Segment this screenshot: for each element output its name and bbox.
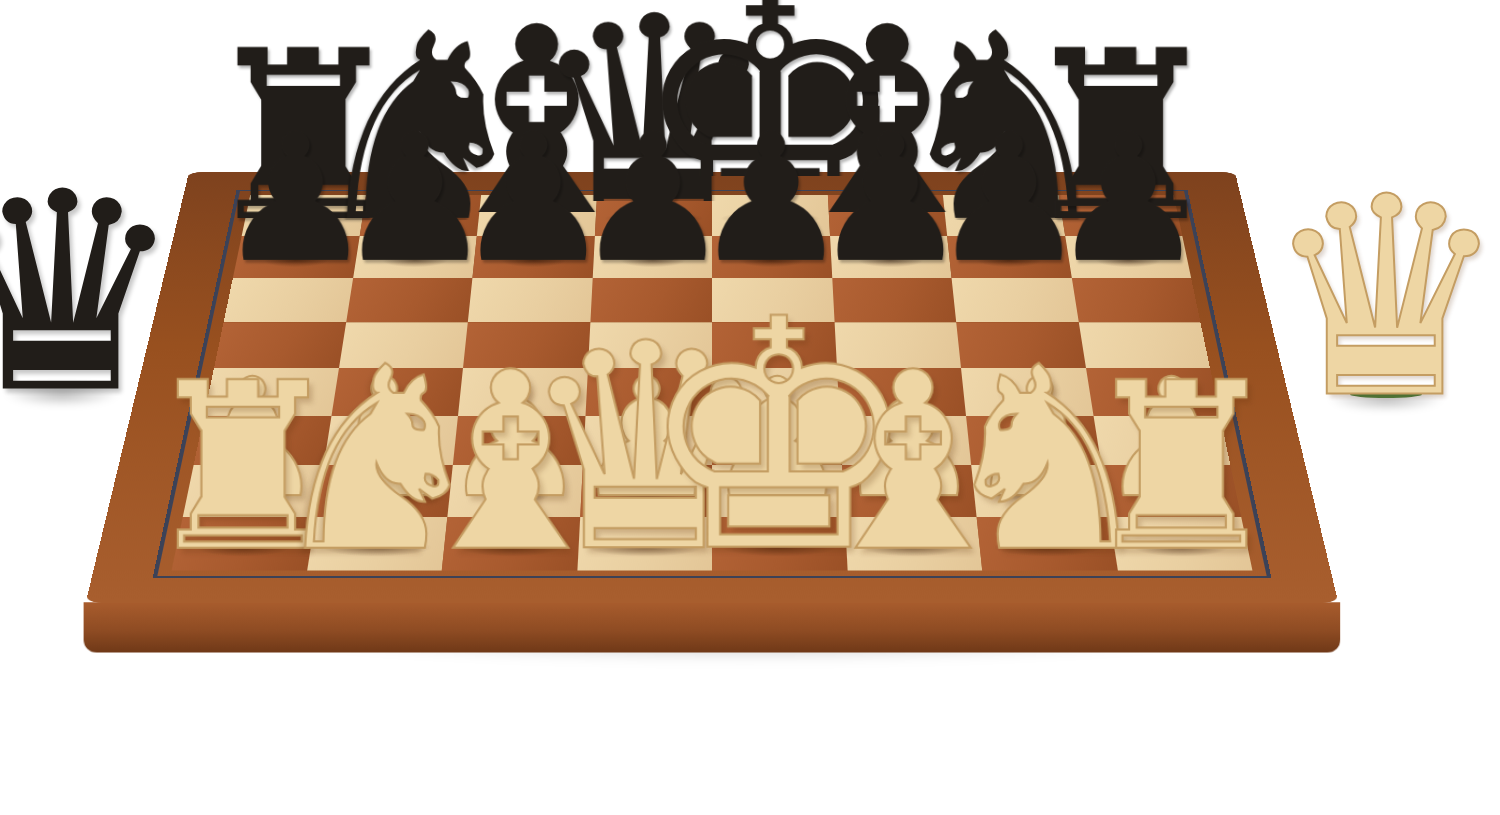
board-grid: ♜♞♝♛♚♝♞♜♟♟♟♟♟♟♟♟♟♟♟♟♟♟♟♟♜♞♝♛♚♝♞♜	[172, 195, 1253, 570]
white-queen-glyph: ♛	[1263, 162, 1500, 437]
square-h1: ♜	[1109, 517, 1253, 571]
board-front-edge	[84, 602, 1341, 653]
chess-board: ♜♞♝♛♚♝♞♜♟♟♟♟♟♟♟♟♟♟♟♟♟♟♟♟♜♞♝♛♚♝♞♜	[86, 172, 1339, 603]
black-queen-glyph: ♛	[0, 157, 185, 432]
board-inlay-line: ♜♞♝♛♚♝♞♜♟♟♟♟♟♟♟♟♟♟♟♟♟♟♟♟♜♞♝♛♚♝♞♜	[153, 190, 1272, 578]
square-h7: ♟	[1065, 236, 1191, 278]
board-frame: ♜♞♝♛♚♝♞♜♟♟♟♟♟♟♟♟♟♟♟♟♟♟♟♟♜♞♝♛♚♝♞♜	[86, 172, 1339, 603]
product-photo-stage: ♜♞♝♛♚♝♞♜♟♟♟♟♟♟♟♟♟♟♟♟♟♟♟♟♜♞♝♛♚♝♞♜ ♛ ♛	[0, 0, 1500, 815]
